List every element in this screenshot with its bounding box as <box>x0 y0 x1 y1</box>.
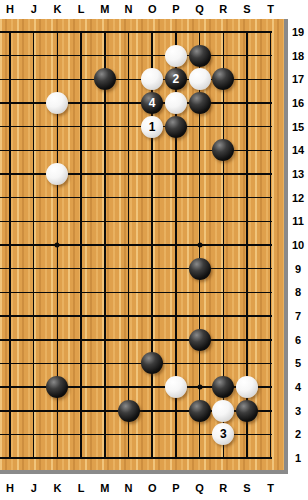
white-stone-P4[interactable] <box>165 376 187 398</box>
right-coord-11: 11 <box>292 215 304 227</box>
black-stone-R4[interactable] <box>212 376 234 398</box>
bottom-coordinate-labels: HJKLMNOPQRST <box>0 474 308 500</box>
top-coord-M: M <box>100 3 109 15</box>
black-stone-P15[interactable] <box>165 116 187 138</box>
bottom-coord-M: M <box>100 482 109 494</box>
white-stone-P18[interactable] <box>165 45 187 67</box>
grid-line-row-1 <box>0 457 272 459</box>
bottom-coord-T: T <box>267 482 274 494</box>
bottom-coord-Q: Q <box>195 482 204 494</box>
white-stone-R3[interactable] <box>212 400 234 422</box>
top-coord-S: S <box>243 3 250 15</box>
right-coord-5: 5 <box>295 357 301 369</box>
move-number-label: 4 <box>149 97 156 109</box>
grid-line-row-10 <box>0 244 272 246</box>
grid-line-row-9 <box>0 268 272 270</box>
top-coord-J: J <box>31 3 37 15</box>
top-coord-T: T <box>267 3 274 15</box>
move-number-label: 2 <box>173 73 180 85</box>
top-coord-K: K <box>53 3 61 15</box>
grid-line-row-5 <box>0 363 272 365</box>
bottom-coord-S: S <box>243 482 250 494</box>
white-stone-K16[interactable] <box>46 92 68 114</box>
right-coord-7: 7 <box>295 310 301 322</box>
grid-line-col-H <box>9 31 11 459</box>
white-stone-O17[interactable] <box>141 68 163 90</box>
top-coord-O: O <box>148 3 157 15</box>
black-stone-O16[interactable]: 4 <box>141 92 163 114</box>
move-number-label: 1 <box>149 121 156 133</box>
right-coordinate-labels: 19181716151413121110987654321 <box>288 19 308 474</box>
white-stone-S4[interactable] <box>236 376 258 398</box>
grid-line-row-8 <box>0 292 272 294</box>
white-stone-R2[interactable]: 3 <box>212 423 234 445</box>
black-stone-Q9[interactable] <box>189 258 211 280</box>
right-coord-8: 8 <box>295 286 301 298</box>
go-board[interactable]: 2413 <box>0 19 288 474</box>
right-coord-6: 6 <box>295 334 301 346</box>
bottom-coord-O: O <box>148 482 157 494</box>
black-stone-S3[interactable] <box>236 400 258 422</box>
grid-line-col-L <box>80 31 82 459</box>
right-coord-18: 18 <box>292 50 304 62</box>
grid-line-col-J <box>33 31 35 459</box>
black-stone-M17[interactable] <box>94 68 116 90</box>
grid-line-row-15 <box>0 126 272 128</box>
white-stone-O15[interactable]: 1 <box>141 116 163 138</box>
black-stone-P17[interactable]: 2 <box>165 68 187 90</box>
grid-line-row-11 <box>0 221 272 223</box>
right-coord-16: 16 <box>292 97 304 109</box>
star-point-Q10 <box>197 243 202 248</box>
top-coord-N: N <box>125 3 133 15</box>
grid-line-row-16 <box>0 102 272 104</box>
black-stone-R14[interactable] <box>212 139 234 161</box>
go-game-viewer: HJKLMNOPQRST 2413 1918171615141312111098… <box>0 0 308 500</box>
black-stone-Q16[interactable] <box>189 92 211 114</box>
top-coord-Q: Q <box>195 3 204 15</box>
black-stone-Q6[interactable] <box>189 329 211 351</box>
right-coord-14: 14 <box>292 144 304 156</box>
black-stone-R17[interactable] <box>212 68 234 90</box>
right-coord-9: 9 <box>295 263 301 275</box>
right-coord-3: 3 <box>295 405 301 417</box>
black-stone-Q18[interactable] <box>189 45 211 67</box>
grid-line-col-N <box>128 31 130 459</box>
bottom-coord-K: K <box>53 482 61 494</box>
white-stone-P16[interactable] <box>165 92 187 114</box>
star-point-Q4 <box>197 385 202 390</box>
bottom-coord-N: N <box>125 482 133 494</box>
bottom-coord-P: P <box>172 482 179 494</box>
black-stone-N3[interactable] <box>118 400 140 422</box>
bottom-coord-L: L <box>78 482 85 494</box>
white-stone-Q17[interactable] <box>189 68 211 90</box>
grid-line-col-M <box>104 31 106 459</box>
top-coord-R: R <box>219 3 227 15</box>
grid-line-col-T <box>270 31 272 459</box>
right-coord-13: 13 <box>292 168 304 180</box>
bottom-coord-R: R <box>219 482 227 494</box>
grid-line-row-18 <box>0 55 272 57</box>
right-coord-2: 2 <box>295 428 301 440</box>
right-coord-19: 19 <box>292 26 304 38</box>
grid-line-row-7 <box>0 315 272 317</box>
black-stone-K4[interactable] <box>46 376 68 398</box>
right-coord-10: 10 <box>292 239 304 251</box>
grid-line-row-13 <box>0 173 272 175</box>
grid-line-row-6 <box>0 339 272 341</box>
bottom-coord-H: H <box>6 482 14 494</box>
grid-line-row-19 <box>0 31 272 33</box>
star-point-K10 <box>55 243 60 248</box>
top-coord-L: L <box>78 3 85 15</box>
right-coord-1: 1 <box>295 452 301 464</box>
top-coordinate-labels: HJKLMNOPQRST <box>0 0 308 19</box>
top-coord-H: H <box>6 3 14 15</box>
right-coord-12: 12 <box>292 192 304 204</box>
white-stone-K13[interactable] <box>46 163 68 185</box>
right-coord-17: 17 <box>292 73 304 85</box>
bottom-coord-J: J <box>31 482 37 494</box>
right-coord-4: 4 <box>295 381 301 393</box>
black-stone-Q3[interactable] <box>189 400 211 422</box>
move-number-label: 3 <box>220 428 227 440</box>
top-coord-P: P <box>172 3 179 15</box>
right-coord-15: 15 <box>292 121 304 133</box>
grid-line-row-12 <box>0 197 272 199</box>
black-stone-O5[interactable] <box>141 352 163 374</box>
